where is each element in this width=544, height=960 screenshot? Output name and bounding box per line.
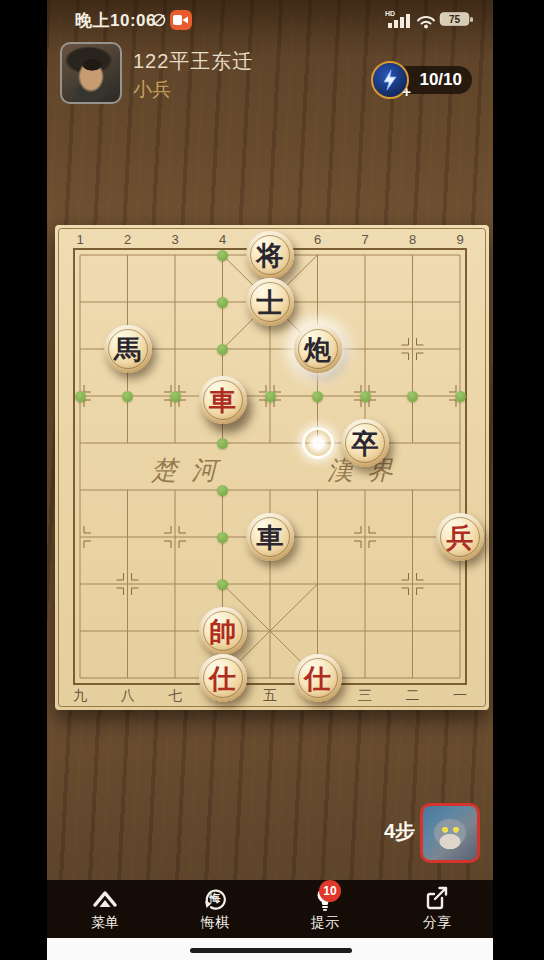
svg-text:悔: 悔	[209, 892, 221, 904]
move-dot[interactable]	[217, 344, 228, 355]
xiangqi-board[interactable]: 123456789九八七六五四三二一楚河漢界将士馬炮車卒車兵帥仕仕	[55, 225, 489, 710]
clock: 晚上10:06	[75, 9, 156, 32]
move-dot[interactable]	[217, 297, 228, 308]
piece-glyph: 卒	[352, 430, 379, 457]
piece-glyph: 仕	[209, 665, 236, 692]
piece-兵-red[interactable]: 兵	[436, 513, 484, 561]
battery-percent: 75	[449, 14, 461, 25]
wifi-icon	[415, 11, 437, 33]
piece-馬-black[interactable]: 馬	[104, 325, 152, 373]
move-dot[interactable]	[217, 485, 228, 496]
piece-glyph: 将	[257, 242, 284, 269]
opponent-avatar[interactable]	[420, 803, 480, 863]
board-grid: 将士馬炮車卒車兵帥仕仕	[56, 232, 484, 702]
hint-bulb-icon: 10	[313, 884, 337, 912]
menu-icon	[90, 884, 120, 912]
home-indicator-area	[47, 938, 493, 960]
piece-glyph: 帥	[209, 618, 236, 645]
energy-lightning-icon[interactable]: +	[371, 61, 409, 99]
move-dot[interactable]	[217, 250, 228, 261]
piece-車-red[interactable]: 車	[199, 376, 247, 424]
move-dot[interactable]	[407, 391, 418, 402]
battery-icon: 75	[439, 10, 475, 32]
status-bar: 晚上10:06 HD	[47, 6, 493, 34]
piece-仕-red[interactable]: 仕	[199, 654, 247, 702]
move-dot[interactable]	[122, 391, 133, 402]
piece-glyph: 炮	[304, 336, 331, 363]
move-dot[interactable]	[265, 391, 276, 402]
app-screen: 晚上10:06 HD	[47, 0, 493, 960]
move-dot[interactable]	[75, 391, 86, 402]
move-dot[interactable]	[312, 391, 323, 402]
undo-button[interactable]: 悔 悔棋	[180, 884, 250, 932]
piece-炮-black[interactable]: 炮	[294, 325, 342, 373]
piece-glyph: 車	[209, 387, 236, 414]
piece-士-black[interactable]: 士	[246, 278, 294, 326]
move-dot[interactable]	[170, 391, 181, 402]
piece-将-black[interactable]: 将	[246, 231, 294, 279]
level-title: 122平王东迁	[133, 48, 253, 75]
move-dot[interactable]	[217, 438, 228, 449]
cell-signal-icon: HD	[385, 9, 413, 33]
piece-glyph: 仕	[304, 665, 331, 692]
screen-record-icon	[170, 10, 192, 30]
move-counter: 4步	[377, 818, 415, 845]
energy-plus-icon: +	[402, 83, 411, 100]
rank-label: 小兵	[133, 77, 171, 103]
player-avatar[interactable]	[60, 42, 122, 104]
piece-glyph: 士	[257, 289, 284, 316]
move-dot[interactable]	[217, 579, 228, 590]
move-dot[interactable]	[455, 391, 466, 402]
menu-button[interactable]: 菜单	[70, 884, 140, 932]
move-dot[interactable]	[217, 532, 228, 543]
piece-車-black[interactable]: 車	[246, 513, 294, 561]
energy-value: 10/10	[419, 70, 462, 90]
piece-glyph: 車	[257, 524, 284, 551]
piece-帥-red[interactable]: 帥	[199, 607, 247, 655]
home-indicator[interactable]	[190, 948, 352, 953]
piece-glyph: 兵	[447, 524, 474, 551]
bottom-toolbar: 菜单 悔 悔棋 10 提示	[47, 880, 493, 938]
last-move-highlight	[302, 427, 334, 459]
piece-仕-red[interactable]: 仕	[294, 654, 342, 702]
hint-button[interactable]: 10 提示	[290, 884, 360, 932]
move-dot[interactable]	[360, 391, 371, 402]
share-icon	[423, 884, 451, 912]
share-button[interactable]: 分享	[402, 884, 472, 932]
undo-icon: 悔	[201, 884, 229, 912]
network-type-label: HD	[385, 10, 395, 17]
hint-count-badge: 10	[319, 880, 341, 902]
mute-icon	[151, 12, 167, 32]
piece-卒-black[interactable]: 卒	[341, 419, 389, 467]
piece-glyph: 馬	[114, 336, 141, 363]
